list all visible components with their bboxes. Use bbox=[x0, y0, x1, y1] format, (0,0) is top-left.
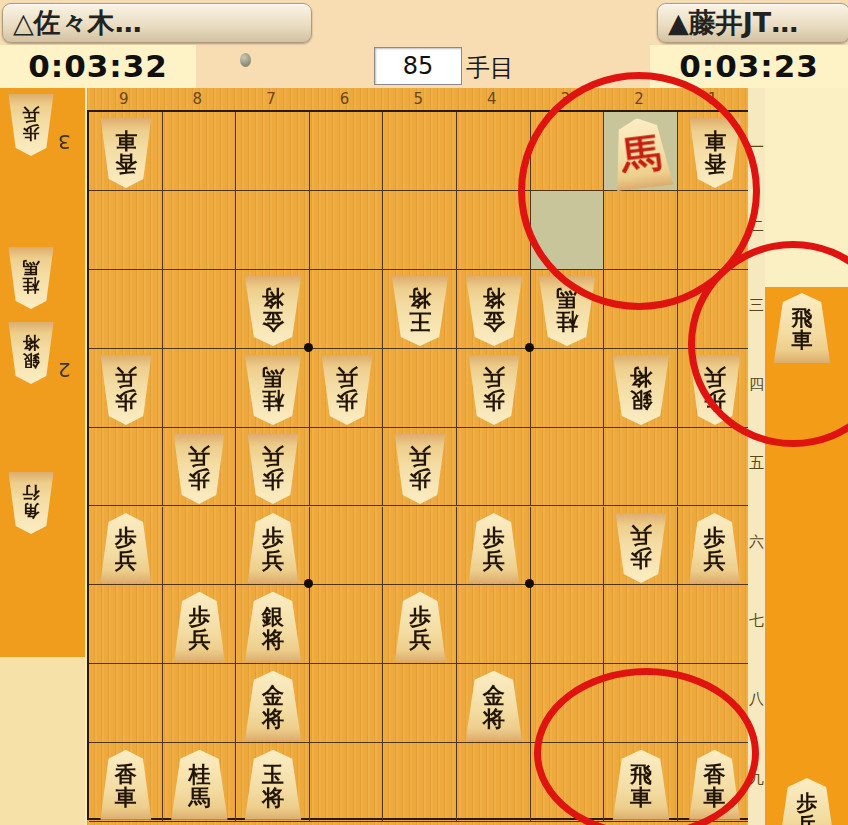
board-square-9-2[interactable] bbox=[89, 191, 163, 270]
board-square-1-7[interactable] bbox=[678, 585, 752, 664]
board-square-2-7[interactable] bbox=[604, 585, 678, 664]
board-square-8-2[interactable] bbox=[163, 191, 237, 270]
sente-captured-tray: 飛車歩兵 bbox=[765, 88, 848, 825]
file-label: 4 bbox=[455, 90, 529, 108]
board-square-1-5[interactable] bbox=[678, 428, 752, 507]
board-square-4-7[interactable] bbox=[457, 585, 531, 664]
file-label: 5 bbox=[381, 90, 455, 108]
shogi-board: 987654321 香車馬香車金将王将金将桂馬歩兵桂馬歩兵歩兵銀将歩兵歩兵歩兵歩… bbox=[85, 88, 750, 825]
sente-tray-surface bbox=[765, 287, 848, 825]
rank-label: 六 bbox=[748, 533, 765, 552]
gote-clock-panel: 0:03:32 bbox=[0, 45, 196, 88]
sente-clock: 0:03:23 bbox=[650, 45, 848, 88]
board-square-1-8[interactable] bbox=[678, 664, 752, 743]
board-square-3-9[interactable] bbox=[531, 743, 605, 822]
file-label: 2 bbox=[602, 90, 676, 108]
star-point-icon bbox=[525, 579, 534, 588]
board-square-8-1[interactable] bbox=[163, 112, 237, 191]
file-label: 9 bbox=[87, 90, 161, 108]
gote-clock: 0:03:32 bbox=[0, 45, 196, 88]
board-square-9-8[interactable] bbox=[89, 664, 163, 743]
board-square-4-9[interactable] bbox=[457, 743, 531, 822]
board-square-2-5[interactable] bbox=[604, 428, 678, 507]
board-square-5-9[interactable] bbox=[383, 743, 457, 822]
board-square-6-7[interactable] bbox=[310, 585, 384, 664]
rank-label: 二 bbox=[748, 217, 765, 236]
board-square-1-2[interactable] bbox=[678, 191, 752, 270]
board-square-5-4[interactable] bbox=[383, 349, 457, 428]
board-square-3-2[interactable] bbox=[531, 191, 605, 270]
status-dot-icon bbox=[240, 53, 251, 67]
board-square-3-5[interactable] bbox=[531, 428, 605, 507]
star-point-icon bbox=[304, 579, 313, 588]
rank-label: 五 bbox=[748, 454, 765, 473]
rank-coordinates: 一二三四五六七八九 bbox=[748, 88, 765, 825]
move-number-input[interactable]: 85 bbox=[374, 47, 462, 85]
board-square-2-3[interactable] bbox=[604, 270, 678, 349]
sente-clock-panel: 0:03:23 bbox=[650, 45, 848, 88]
board-square-5-2[interactable] bbox=[383, 191, 457, 270]
board-square-8-8[interactable] bbox=[163, 664, 237, 743]
board-square-6-1[interactable] bbox=[310, 112, 384, 191]
board-square-8-3[interactable] bbox=[163, 270, 237, 349]
gote-captured-tray: 歩兵3桂馬銀将2角行 bbox=[0, 88, 85, 825]
file-label: 7 bbox=[234, 90, 308, 108]
board-square-3-1[interactable] bbox=[531, 112, 605, 191]
gote-hand-count: 3 bbox=[58, 130, 71, 154]
board-square-6-3[interactable] bbox=[310, 270, 384, 349]
board-square-4-1[interactable] bbox=[457, 112, 531, 191]
shogi-app: △佐々木… ▲藤井JT… 0:03:32 0:03:23 85 手目 歩兵3桂馬… bbox=[0, 0, 848, 825]
board-square-9-3[interactable] bbox=[89, 270, 163, 349]
board-square-6-2[interactable] bbox=[310, 191, 384, 270]
board-square-6-9[interactable] bbox=[310, 743, 384, 822]
board-square-6-8[interactable] bbox=[310, 664, 384, 743]
board-square-7-2[interactable] bbox=[236, 191, 310, 270]
star-point-icon bbox=[304, 343, 313, 352]
file-label: 3 bbox=[529, 90, 603, 108]
file-label: 6 bbox=[308, 90, 382, 108]
board-square-5-6[interactable] bbox=[383, 507, 457, 586]
rank-label: 九 bbox=[748, 769, 765, 788]
board-square-4-2[interactable] bbox=[457, 191, 531, 270]
move-number-label: 手目 bbox=[466, 52, 514, 84]
gote-player-button[interactable]: △佐々木… bbox=[2, 3, 312, 43]
board-square-3-6[interactable] bbox=[531, 507, 605, 586]
board-grid: 香車馬香車金将王将金将桂馬歩兵桂馬歩兵歩兵銀将歩兵歩兵歩兵歩兵歩兵歩兵歩兵歩兵歩… bbox=[87, 110, 750, 820]
gote-hand-count: 2 bbox=[58, 358, 71, 382]
board-square-3-4[interactable] bbox=[531, 349, 605, 428]
rank-label: 四 bbox=[748, 375, 765, 394]
board-square-9-5[interactable] bbox=[89, 428, 163, 507]
board-square-5-8[interactable] bbox=[383, 664, 457, 743]
board-square-2-2[interactable] bbox=[604, 191, 678, 270]
sente-player-button[interactable]: ▲藤井JT… bbox=[657, 3, 848, 43]
board-square-7-1[interactable] bbox=[236, 112, 310, 191]
file-label: 8 bbox=[161, 90, 235, 108]
board-square-6-6[interactable] bbox=[310, 507, 384, 586]
board-square-1-3[interactable] bbox=[678, 270, 752, 349]
board-square-3-8[interactable] bbox=[531, 664, 605, 743]
rank-label: 八 bbox=[748, 690, 765, 709]
board-square-3-7[interactable] bbox=[531, 585, 605, 664]
star-point-icon bbox=[525, 343, 534, 352]
board-square-8-6[interactable] bbox=[163, 507, 237, 586]
board-square-5-1[interactable] bbox=[383, 112, 457, 191]
rank-label: 一 bbox=[748, 138, 765, 157]
rank-label: 七 bbox=[748, 611, 765, 630]
board-square-6-5[interactable] bbox=[310, 428, 384, 507]
board-square-9-7[interactable] bbox=[89, 585, 163, 664]
board-square-4-5[interactable] bbox=[457, 428, 531, 507]
file-coordinates: 987654321 bbox=[87, 88, 750, 110]
board-square-2-8[interactable] bbox=[604, 664, 678, 743]
file-label: 1 bbox=[676, 90, 750, 108]
rank-label: 三 bbox=[748, 296, 765, 315]
board-square-8-4[interactable] bbox=[163, 349, 237, 428]
